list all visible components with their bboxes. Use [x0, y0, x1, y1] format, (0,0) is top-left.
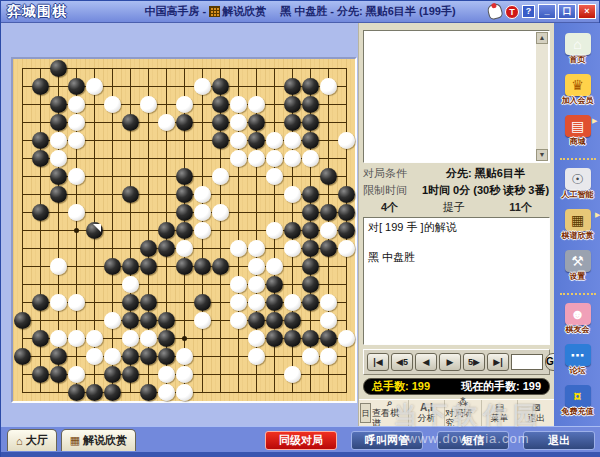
white-stone[interactable] — [176, 366, 193, 383]
tool-icon: A,I — [420, 403, 433, 413]
right-sidebar: ⌂首页♛加入会员▤商城▶☉人工智能▦棋谱欣赏▶⚒设置☻棋友会⋯论坛¤免费充值 — [554, 23, 600, 426]
white-stone[interactable] — [68, 294, 85, 311]
white-stone[interactable] — [248, 276, 265, 293]
white-stone[interactable] — [320, 348, 337, 365]
black-stone[interactable] — [86, 222, 103, 239]
tool-label: 分析 — [417, 413, 435, 423]
bottom-bar: ⌂大厅▦解说欣赏 同级对局呼叫网管短信退出 — [1, 426, 600, 457]
white-stone[interactable] — [320, 312, 337, 329]
black-stone[interactable] — [32, 78, 49, 95]
tool-label: 退出 — [527, 413, 545, 423]
white-captures: 11个 — [509, 200, 532, 215]
sidebar-item-棋谱欣赏[interactable]: ▦棋谱欣赏▶ — [562, 209, 594, 241]
sidebar-separator — [560, 158, 596, 160]
sidebar-item-人工智能[interactable]: ☉人工智能 — [562, 168, 594, 200]
white-stone[interactable] — [194, 222, 211, 239]
star-point — [74, 228, 79, 233]
commentary-header: 对[ 199 手 ]的解说 — [368, 220, 545, 235]
nav-button-2[interactable]: ◀ — [415, 353, 437, 371]
white-stone[interactable] — [140, 96, 157, 113]
white-stone[interactable] — [230, 294, 247, 311]
black-stone[interactable] — [158, 240, 175, 257]
black-stone[interactable] — [14, 312, 31, 329]
white-stone[interactable] — [248, 330, 265, 347]
go-board-frame — [11, 57, 357, 403]
black-stone[interactable] — [140, 258, 157, 275]
button-呼叫网管[interactable]: 呼叫网管 — [351, 431, 423, 450]
tool-label: 查看棋谱 — [372, 408, 408, 428]
white-stone[interactable] — [302, 150, 319, 167]
sidebar-label: 加入会员 — [562, 96, 594, 106]
white-stone[interactable] — [158, 114, 175, 131]
white-stone[interactable] — [194, 204, 211, 221]
black-stone[interactable] — [320, 204, 337, 221]
conditions-label: 对局条件 — [363, 166, 421, 181]
white-stone[interactable] — [248, 294, 265, 311]
sidebar-item-商城[interactable]: ▤商城▶ — [565, 115, 591, 147]
black-stone[interactable] — [140, 240, 157, 257]
black-stone[interactable] — [50, 168, 67, 185]
game-result: 黑 中盘胜 - 分先: 黑贴6目半 (199手) — [280, 4, 455, 19]
tab-大厅[interactable]: ⌂大厅 — [7, 429, 57, 451]
sidebar-item-首页[interactable]: ⌂首页 — [565, 33, 591, 65]
black-stone[interactable] — [122, 366, 139, 383]
title-bar: 弈城围棋 中国高手房 - 解说欣赏 黑 中盘胜 - 分先: 黑贴6目半 (199… — [1, 1, 599, 23]
black-stone[interactable] — [284, 78, 301, 95]
white-stone[interactable] — [86, 78, 103, 95]
scroll-up-icon[interactable]: ▲ — [536, 32, 548, 44]
black-stone[interactable] — [158, 348, 175, 365]
sidebar-label: 免费充值 — [562, 407, 594, 417]
black-stone[interactable] — [248, 114, 265, 131]
player-list-box[interactable]: ▲ ▼ — [363, 30, 550, 163]
white-stone[interactable] — [338, 132, 355, 149]
black-stone[interactable] — [104, 258, 121, 275]
black-stone[interactable] — [284, 312, 301, 329]
black-stone[interactable] — [338, 222, 355, 239]
tool-label: 菜单 — [491, 413, 509, 423]
white-stone[interactable] — [50, 330, 67, 347]
star-point — [182, 336, 187, 341]
black-stone[interactable] — [302, 114, 319, 131]
maximize-button[interactable]: 口 — [558, 4, 576, 19]
white-stone[interactable] — [302, 348, 319, 365]
white-stone[interactable] — [230, 240, 247, 257]
expand-arrow-icon: ▶ — [595, 211, 600, 219]
tab-icon: ▦ — [70, 434, 80, 447]
current-move: 现在的手数: 199 — [461, 379, 541, 394]
tool-icon: ⁂ — [458, 398, 468, 408]
help-icon[interactable]: ? — [522, 5, 535, 18]
nav-button-5[interactable]: ▶| — [487, 353, 509, 371]
sidebar-item-加入会员[interactable]: ♛加入会员 — [562, 74, 594, 106]
white-stone[interactable] — [158, 384, 175, 401]
white-stone[interactable] — [320, 78, 337, 95]
white-stone[interactable] — [230, 276, 247, 293]
white-stone[interactable] — [284, 240, 301, 257]
sidebar-label: 首页 — [570, 55, 586, 65]
black-stone[interactable] — [140, 312, 157, 329]
sidebar-label: 人工智能 — [562, 190, 594, 200]
论坛-icon: ⋯ — [565, 344, 591, 366]
commentary-box[interactable]: 对[ 199 手 ]的解说 黑 中盘胜 — [363, 217, 550, 345]
black-stone[interactable] — [302, 96, 319, 113]
white-stone[interactable] — [68, 132, 85, 149]
scrollbar[interactable]: ▲ ▼ — [536, 32, 548, 161]
black-stone[interactable] — [302, 294, 319, 311]
black-stone[interactable] — [50, 60, 67, 77]
tab-label: 解说欣赏 — [83, 433, 127, 448]
商城-icon: ▤ — [565, 115, 591, 137]
black-stone[interactable] — [122, 114, 139, 131]
tab-解说欣赏[interactable]: ▦解说欣赏 — [61, 429, 136, 451]
black-stone[interactable] — [302, 204, 319, 221]
room-name: 中国高手房 - 解说欣赏 — [144, 4, 266, 19]
white-stone[interactable] — [230, 96, 247, 113]
white-stone[interactable] — [266, 150, 283, 167]
black-captures: 4个 — [381, 200, 398, 215]
last-move-marker-icon — [93, 224, 101, 232]
black-stone[interactable] — [32, 150, 49, 167]
white-stone[interactable] — [248, 240, 265, 257]
white-stone[interactable] — [104, 348, 121, 365]
sidebar-label: 设置 — [570, 272, 586, 282]
black-stone[interactable] — [140, 384, 157, 401]
black-stone[interactable] — [266, 312, 283, 329]
black-stone[interactable] — [302, 78, 319, 95]
white-stone[interactable] — [194, 78, 211, 95]
game-info: 对局条件 分先: 黑贴6目半 限制时间 1时间 0分 (30秒 读秒 3番) 4… — [363, 165, 550, 216]
tool-icon: ⌕ — [387, 398, 393, 408]
black-stone[interactable] — [176, 168, 193, 185]
time-limit-value: 1时间 0分 (30秒 读秒 3番) — [421, 183, 550, 198]
white-stone[interactable] — [50, 132, 67, 149]
white-stone[interactable] — [230, 114, 247, 131]
black-stone[interactable] — [212, 258, 229, 275]
black-stone[interactable] — [302, 258, 319, 275]
white-stone[interactable] — [338, 330, 355, 347]
white-stone[interactable] — [86, 348, 103, 365]
mouse-icon[interactable] — [486, 2, 503, 20]
免费充值-icon: ¤ — [565, 385, 591, 407]
black-stone[interactable] — [158, 330, 175, 347]
black-stone[interactable] — [122, 312, 139, 329]
white-stone[interactable] — [68, 168, 85, 185]
black-stone[interactable] — [50, 186, 67, 203]
black-stone[interactable] — [248, 132, 265, 149]
white-stone[interactable] — [68, 204, 85, 221]
move-number-input[interactable] — [511, 354, 543, 370]
close-button[interactable]: × — [578, 4, 596, 19]
button-退出[interactable]: 退出 — [523, 431, 595, 450]
sidebar-item-论坛[interactable]: ⋯论坛 — [565, 344, 591, 376]
black-stone[interactable] — [266, 294, 283, 311]
white-stone[interactable] — [86, 330, 103, 347]
button-短信[interactable]: 短信 — [437, 431, 509, 450]
black-stone[interactable] — [194, 294, 211, 311]
black-stone[interactable] — [176, 204, 193, 221]
black-stone[interactable] — [284, 330, 301, 347]
white-stone[interactable] — [248, 258, 265, 275]
move-navigation: |◀◀5◀▶5▶▶|GO — [363, 349, 550, 375]
white-stone[interactable] — [50, 150, 67, 167]
black-stone[interactable] — [50, 348, 67, 365]
设置-icon: ⚒ — [565, 250, 591, 272]
app-logo: 弈城围棋 — [7, 3, 67, 21]
white-stone[interactable] — [176, 96, 193, 113]
black-stone[interactable] — [122, 186, 139, 203]
white-stone[interactable] — [212, 168, 229, 185]
sidebar-separator — [560, 293, 596, 295]
black-stone[interactable] — [338, 186, 355, 203]
white-stone[interactable] — [140, 330, 157, 347]
white-stone[interactable] — [176, 348, 193, 365]
window-tabs: ⌂大厅▦解说欣赏 — [7, 429, 136, 451]
black-stone[interactable] — [86, 384, 103, 401]
tool-查看棋谱[interactable]: ⌕查看棋谱 — [372, 400, 409, 426]
black-stone[interactable] — [284, 96, 301, 113]
black-stone[interactable] — [104, 384, 121, 401]
棋友会-icon: ☻ — [565, 303, 591, 325]
commentary-text: 黑 中盘胜 — [368, 250, 545, 265]
black-stone[interactable] — [266, 276, 283, 293]
expand-arrow-icon: ▶ — [592, 117, 597, 125]
day-toggle-button[interactable]: 日 — [360, 403, 371, 423]
black-stone[interactable] — [194, 258, 211, 275]
white-stone[interactable] — [230, 132, 247, 149]
total-moves: 总手数: 199 — [372, 379, 430, 394]
white-stone[interactable] — [320, 222, 337, 239]
white-stone[interactable] — [248, 150, 265, 167]
black-stone[interactable] — [32, 330, 49, 347]
white-stone[interactable] — [68, 114, 85, 131]
white-stone[interactable] — [320, 294, 337, 311]
black-stone[interactable] — [302, 186, 319, 203]
time-limit-label: 限制时间 — [363, 183, 421, 198]
board-mini-icon — [209, 6, 220, 17]
tool-分析[interactable]: A,I分析 — [409, 400, 446, 426]
white-stone[interactable] — [158, 366, 175, 383]
black-stone[interactable] — [212, 114, 229, 131]
white-stone[interactable] — [284, 186, 301, 203]
scroll-down-icon[interactable]: ▼ — [536, 149, 548, 161]
go-board[interactable] — [13, 59, 355, 401]
black-stone[interactable] — [176, 222, 193, 239]
tool-label: 对局研究 — [445, 408, 481, 428]
加入会员-icon: ♛ — [565, 74, 591, 96]
white-stone[interactable] — [284, 366, 301, 383]
white-stone[interactable] — [50, 294, 67, 311]
black-stone[interactable] — [266, 330, 283, 347]
white-stone[interactable] — [284, 294, 301, 311]
sidebar-label: 棋谱欣赏 — [562, 231, 594, 241]
black-stone[interactable] — [158, 222, 175, 239]
white-stone[interactable] — [104, 312, 121, 329]
首页-icon: ⌂ — [565, 33, 591, 55]
title-text: 中国高手房 - 解说欣赏 黑 中盘胜 - 分先: 黑贴6目半 (199手) — [121, 4, 479, 19]
black-stone[interactable] — [176, 186, 193, 203]
white-stone[interactable] — [266, 132, 283, 149]
white-stone[interactable] — [176, 384, 193, 401]
black-stone[interactable] — [320, 240, 337, 257]
white-stone[interactable] — [266, 222, 283, 239]
white-stone[interactable] — [248, 96, 265, 113]
black-stone[interactable] — [140, 348, 157, 365]
nav-button-0[interactable]: |◀ — [367, 353, 389, 371]
black-stone[interactable] — [302, 222, 319, 239]
black-stone[interactable] — [32, 294, 49, 311]
captures-label: 提子 — [443, 200, 465, 215]
black-stone[interactable] — [302, 132, 319, 149]
black-stone[interactable] — [320, 330, 337, 347]
black-stone[interactable] — [302, 240, 319, 257]
black-stone[interactable] — [122, 258, 139, 275]
white-stone[interactable] — [68, 366, 85, 383]
white-stone[interactable] — [284, 150, 301, 167]
white-stone[interactable] — [68, 330, 85, 347]
tab-label: 大厅 — [26, 433, 48, 448]
black-stone[interactable] — [50, 114, 67, 131]
white-stone[interactable] — [50, 258, 67, 275]
black-stone[interactable] — [140, 294, 157, 311]
tab-icon: ⌂ — [16, 435, 23, 447]
sidebar-label: 棋友会 — [566, 325, 590, 335]
black-stone[interactable] — [248, 312, 265, 329]
black-stone[interactable] — [122, 348, 139, 365]
black-stone[interactable] — [14, 348, 31, 365]
black-stone[interactable] — [122, 294, 139, 311]
black-stone[interactable] — [302, 276, 319, 293]
black-stone[interactable] — [176, 114, 193, 131]
recorder-icon[interactable]: T — [505, 5, 519, 19]
black-stone[interactable] — [284, 222, 301, 239]
white-stone[interactable] — [212, 204, 229, 221]
tool-icon: ⊠ — [532, 403, 540, 413]
bottom-toolbar: 日⌕查看棋谱A,I分析⁂对局研究▤菜单⊠退出 — [359, 399, 555, 426]
tool-退出[interactable]: ⊠退出 — [518, 400, 555, 426]
sidebar-item-免费充值[interactable]: ¤免费充值 — [562, 385, 594, 417]
white-stone[interactable] — [194, 186, 211, 203]
black-stone[interactable] — [284, 114, 301, 131]
white-stone[interactable] — [248, 348, 265, 365]
white-stone[interactable] — [266, 258, 283, 275]
conditions-value: 分先: 黑贴6目半 — [421, 166, 550, 181]
black-stone[interactable] — [212, 96, 229, 113]
black-stone[interactable] — [68, 78, 85, 95]
black-stone[interactable] — [320, 168, 337, 185]
white-stone[interactable] — [122, 330, 139, 347]
white-stone[interactable] — [176, 240, 193, 257]
nav-button-1[interactable]: ◀5 — [391, 353, 413, 371]
black-stone[interactable] — [32, 132, 49, 149]
black-stone[interactable] — [104, 366, 121, 383]
sidebar-item-设置[interactable]: ⚒设置 — [565, 250, 591, 282]
action-buttons: 同级对局呼叫网管短信退出 — [265, 431, 595, 450]
window-controls: _ 口 × — [538, 4, 596, 19]
black-stone[interactable] — [50, 366, 67, 383]
black-stone[interactable] — [212, 78, 229, 95]
black-stone[interactable] — [212, 132, 229, 149]
sidebar-label: 论坛 — [570, 366, 586, 376]
black-stone[interactable] — [32, 204, 49, 221]
棋谱欣赏-icon: ▦ — [565, 209, 591, 231]
white-stone[interactable] — [122, 276, 139, 293]
white-stone[interactable] — [230, 312, 247, 329]
move-count-bar: 总手数: 199 现在的手数: 199 — [363, 378, 550, 395]
button-同级对局[interactable]: 同级对局 — [265, 431, 337, 450]
white-stone[interactable] — [104, 96, 121, 113]
white-stone[interactable] — [230, 150, 247, 167]
black-stone[interactable] — [32, 366, 49, 383]
white-stone[interactable] — [266, 168, 283, 185]
black-stone[interactable] — [158, 312, 175, 329]
sidebar-label: 商城 — [570, 137, 586, 147]
sidebar-item-棋友会[interactable]: ☻棋友会 — [565, 303, 591, 335]
tool-icon: ▤ — [495, 403, 504, 413]
right-panel: ▲ ▼ 对局条件 分先: 黑贴6目半 限制时间 1时间 0分 (30秒 读秒 3… — [358, 23, 554, 426]
white-stone[interactable] — [338, 240, 355, 257]
人工智能-icon: ☉ — [565, 168, 591, 190]
tool-对局研究[interactable]: ⁂对局研究 — [445, 400, 482, 426]
title-icon-group: T ? — [488, 4, 535, 19]
black-stone[interactable] — [68, 384, 85, 401]
white-stone[interactable] — [194, 312, 211, 329]
nav-button-4[interactable]: 5▶ — [463, 353, 485, 371]
nav-button-3[interactable]: ▶ — [439, 353, 461, 371]
black-stone[interactable] — [338, 204, 355, 221]
white-stone[interactable] — [68, 96, 85, 113]
black-stone[interactable] — [176, 258, 193, 275]
tool-菜单[interactable]: ▤菜单 — [482, 400, 519, 426]
black-stone[interactable] — [50, 96, 67, 113]
white-stone[interactable] — [284, 132, 301, 149]
minimize-button[interactable]: _ — [538, 4, 556, 19]
app-window: 弈城围棋 中国高手房 - 解说欣赏 黑 中盘胜 - 分先: 黑贴6目半 (199… — [0, 0, 600, 457]
black-stone[interactable] — [302, 330, 319, 347]
